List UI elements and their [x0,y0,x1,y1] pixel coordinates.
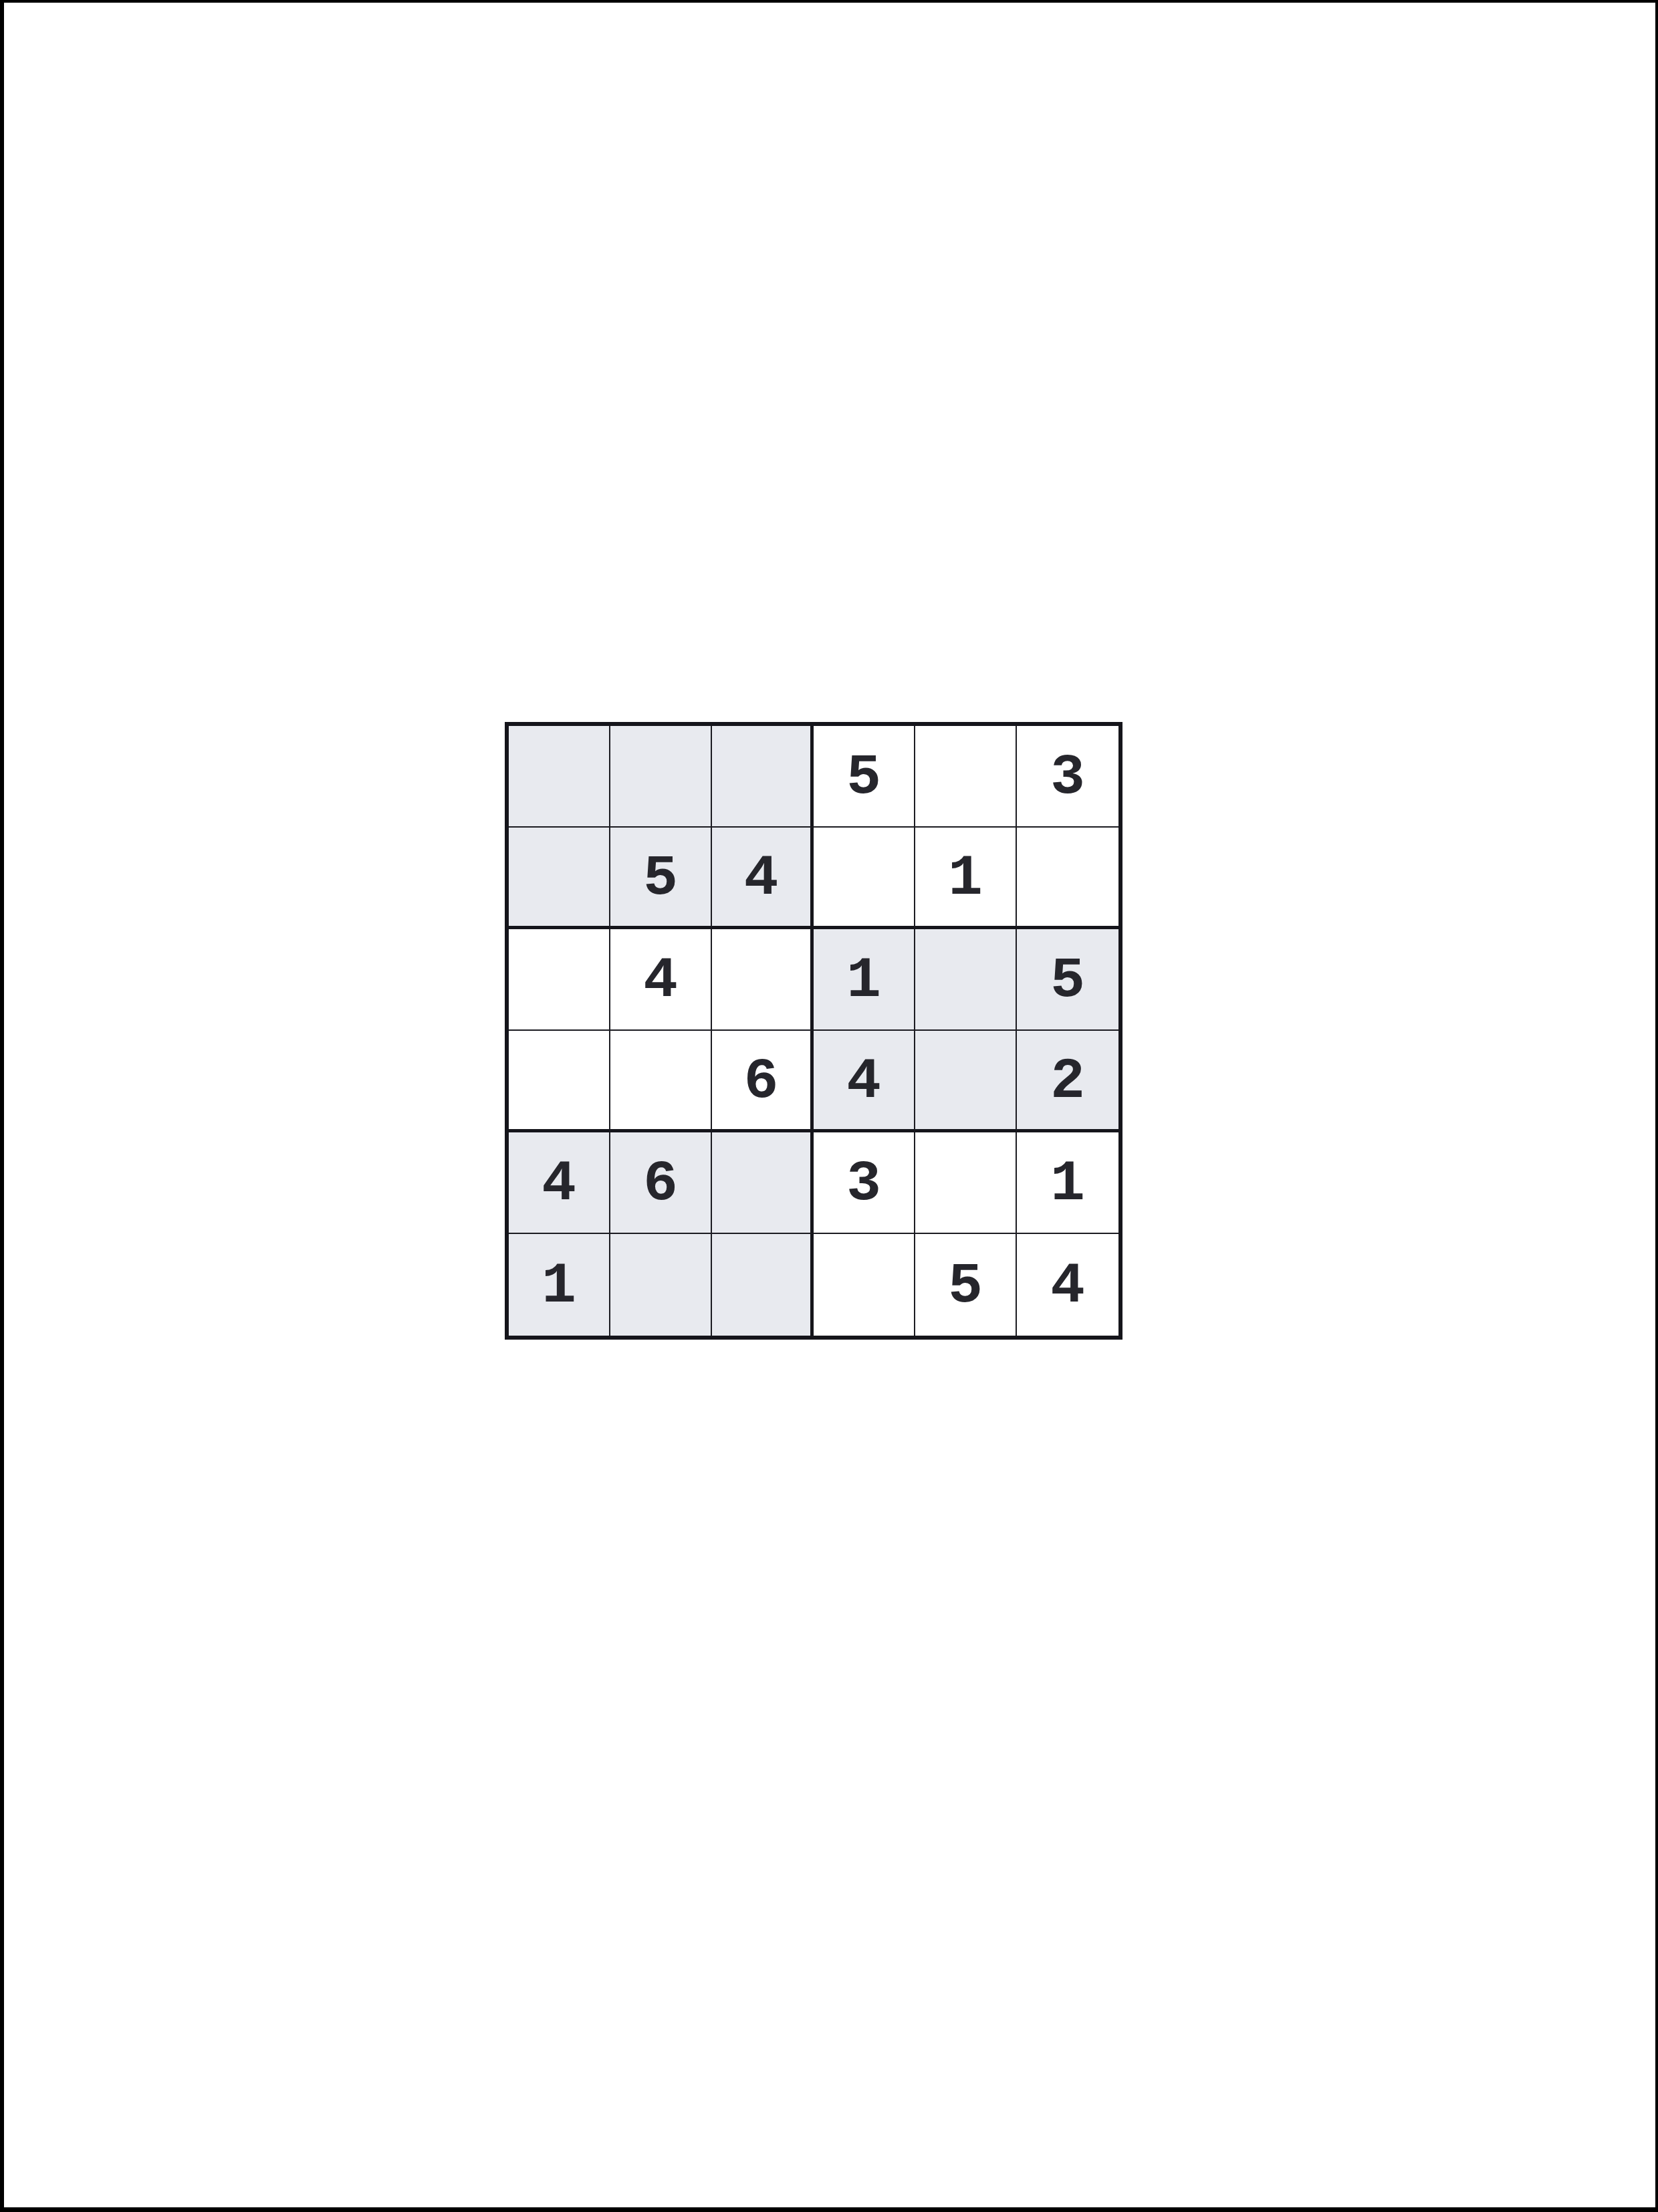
sudoku-cell-r2c4[interactable] [814,828,915,929]
sudoku-cell-r2c2[interactable]: 5 [610,828,712,929]
sudoku-cell-r2c1[interactable] [509,828,610,929]
sudoku-cell-r4c3[interactable]: 6 [712,1031,814,1132]
sudoku-cell-r6c2[interactable] [610,1234,712,1336]
sudoku-cell-r3c6[interactable]: 5 [1017,929,1118,1031]
sudoku-cell-r5c3[interactable] [712,1132,814,1234]
sudoku-cell-r1c2[interactable] [610,726,712,828]
sudoku-cell-r3c2[interactable]: 4 [610,929,712,1031]
sudoku-cell-r6c6[interactable]: 4 [1017,1234,1118,1336]
sudoku-cell-r2c6[interactable] [1017,828,1118,929]
sudoku-cell-r1c3[interactable] [712,726,814,828]
sudoku-cell-r6c4[interactable] [814,1234,915,1336]
printable-sudoku-sheet: 535414156424631154 [0,0,1658,2212]
sudoku-cell-r4c4[interactable]: 4 [814,1031,915,1132]
sudoku-cell-r4c2[interactable] [610,1031,712,1132]
sudoku-cell-r5c5[interactable] [915,1132,1017,1234]
sudoku-cell-r2c3[interactable]: 4 [712,828,814,929]
sudoku-cell-r5c4[interactable]: 3 [814,1132,915,1234]
sudoku-grid: 535414156424631154 [505,722,1122,1340]
sudoku-cell-r3c1[interactable] [509,929,610,1031]
sudoku-cell-r1c4[interactable]: 5 [814,726,915,828]
sudoku-cell-r5c2[interactable]: 6 [610,1132,712,1234]
sudoku-cell-r4c6[interactable]: 2 [1017,1031,1118,1132]
sudoku-cell-r5c1[interactable]: 4 [509,1132,610,1234]
sudoku-cell-r3c3[interactable] [712,929,814,1031]
sudoku-cell-r4c5[interactable] [915,1031,1017,1132]
sudoku-cell-r4c1[interactable] [509,1031,610,1132]
sudoku-cell-r1c6[interactable]: 3 [1017,726,1118,828]
sudoku-cell-r6c5[interactable]: 5 [915,1234,1017,1336]
sudoku-cell-r5c6[interactable]: 1 [1017,1132,1118,1234]
sudoku-cell-r1c5[interactable] [915,726,1017,828]
sudoku-cell-r3c5[interactable] [915,929,1017,1031]
sudoku-cell-r3c4[interactable]: 1 [814,929,915,1031]
sudoku-cell-r6c3[interactable] [712,1234,814,1336]
sudoku-cell-r2c5[interactable]: 1 [915,828,1017,929]
sudoku-cell-r1c1[interactable] [509,726,610,828]
sudoku-cell-r6c1[interactable]: 1 [509,1234,610,1336]
